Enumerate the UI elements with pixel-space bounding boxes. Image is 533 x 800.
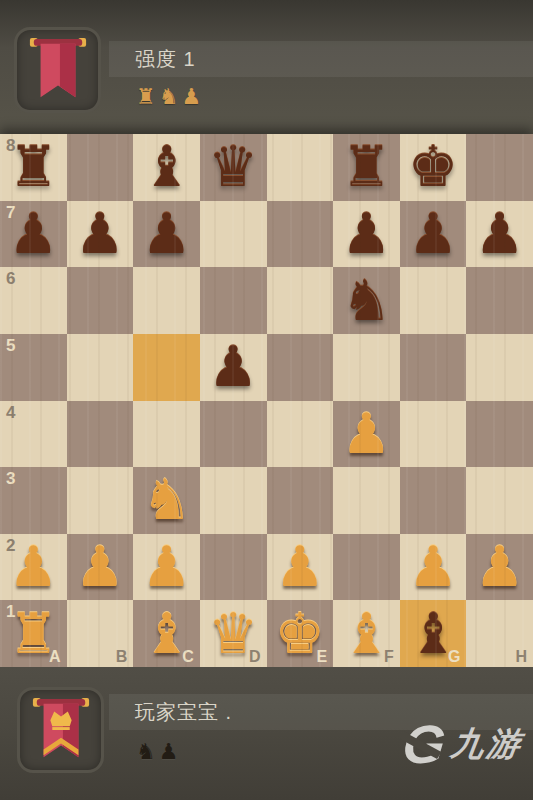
piece-black-knight-f6[interactable]: ♞ (341, 269, 391, 333)
square-b7[interactable]: ♟ (67, 201, 134, 268)
square-c6[interactable] (133, 267, 200, 334)
square-b6[interactable] (67, 267, 134, 334)
piece-black-pawn-f7[interactable]: ♟ (341, 202, 391, 266)
piece-white-pawn-a2[interactable]: ♟ (8, 535, 58, 599)
piece-black-king-g8[interactable]: ♚ (408, 135, 458, 199)
captured-piece-black-knight: ♞ (136, 739, 159, 764)
piece-white-bishop-f1[interactable]: ♝ (341, 602, 391, 666)
square-d8[interactable]: ♛ (200, 134, 267, 201)
square-b2[interactable]: ♟ (67, 534, 134, 601)
piece-black-bishop-c8[interactable]: ♝ (141, 135, 191, 199)
nine-game-watermark: G 九游 (403, 715, 523, 773)
square-e8[interactable] (267, 134, 334, 201)
square-f5[interactable] (333, 334, 400, 401)
player-captured-tray: ♞♟ (136, 739, 181, 765)
red-banner-icon (27, 35, 89, 105)
piece-black-queen-d8[interactable]: ♛ (208, 135, 258, 199)
square-c4[interactable] (133, 401, 200, 468)
square-b4[interactable] (67, 401, 134, 468)
square-g8[interactable]: ♚ (400, 134, 467, 201)
square-b1[interactable]: B (67, 600, 134, 667)
rank-label-4: 4 (6, 403, 15, 423)
square-h7[interactable]: ♟ (466, 201, 533, 268)
piece-white-king-e1[interactable]: ♚ (275, 602, 325, 666)
chess-board: 8♜♝♛♜♚7♟♟♟♟♟♟6♞5♟4♟3♞2♟♟♟♟♟♟1A♜BC♝D♛E♚F♝… (0, 134, 533, 667)
square-g7[interactable]: ♟ (400, 201, 467, 268)
square-d4[interactable] (200, 401, 267, 468)
square-g4[interactable] (400, 401, 467, 468)
square-d3[interactable] (200, 467, 267, 534)
piece-white-pawn-c2[interactable]: ♟ (141, 535, 191, 599)
captured-piece-black-pawn: ♟ (159, 739, 182, 764)
piece-black-pawn-a7[interactable]: ♟ (8, 202, 58, 266)
square-g6[interactable] (400, 267, 467, 334)
red-banner-crown-icon (30, 695, 92, 765)
square-c5[interactable] (133, 334, 200, 401)
square-b5[interactable] (67, 334, 134, 401)
square-g1[interactable]: G♝ (400, 600, 467, 667)
piece-black-bishop-g1[interactable]: ♝ (408, 602, 458, 666)
nine-game-logo-text: 九游 (448, 722, 526, 767)
piece-black-pawn-c7[interactable]: ♟ (141, 202, 191, 266)
square-d7[interactable] (200, 201, 267, 268)
piece-black-rook-a8[interactable]: ♜ (8, 135, 58, 199)
square-c2[interactable]: ♟ (133, 534, 200, 601)
square-e1[interactable]: E♚ (267, 600, 334, 667)
square-e3[interactable] (267, 467, 334, 534)
square-a5[interactable]: 5 (0, 334, 67, 401)
piece-white-knight-c3[interactable]: ♞ (141, 468, 191, 532)
piece-black-pawn-d5[interactable]: ♟ (208, 335, 258, 399)
piece-black-pawn-b7[interactable]: ♟ (75, 202, 125, 266)
square-f3[interactable] (333, 467, 400, 534)
square-e6[interactable] (267, 267, 334, 334)
square-b8[interactable] (67, 134, 134, 201)
piece-white-bishop-c1[interactable]: ♝ (141, 602, 191, 666)
square-f4[interactable]: ♟ (333, 401, 400, 468)
square-a1[interactable]: 1A♜ (0, 600, 67, 667)
opponent-avatar (14, 27, 101, 113)
square-a8[interactable]: 8♜ (0, 134, 67, 201)
file-label-b: B (116, 648, 128, 666)
square-c3[interactable]: ♞ (133, 467, 200, 534)
square-d6[interactable] (200, 267, 267, 334)
opponent-bar: 强度 1 ♜♞♟ (0, 0, 533, 134)
square-d1[interactable]: D♛ (200, 600, 267, 667)
square-a3[interactable]: 3 (0, 467, 67, 534)
square-h2[interactable]: ♟ (466, 534, 533, 601)
square-h4[interactable] (466, 401, 533, 468)
square-f7[interactable]: ♟ (333, 201, 400, 268)
opponent-name-band: 强度 1 (109, 41, 533, 77)
square-e5[interactable] (267, 334, 334, 401)
square-f1[interactable]: F♝ (333, 600, 400, 667)
captured-piece-white-rook: ♜ (136, 84, 159, 109)
nine-game-logo-icon: G (400, 715, 448, 773)
square-g3[interactable] (400, 467, 467, 534)
square-g5[interactable] (400, 334, 467, 401)
square-f6[interactable]: ♞ (333, 267, 400, 334)
square-c8[interactable]: ♝ (133, 134, 200, 201)
square-a4[interactable]: 4 (0, 401, 67, 468)
square-c7[interactable]: ♟ (133, 201, 200, 268)
file-label-h: H (515, 648, 527, 666)
rank-label-5: 5 (6, 336, 15, 356)
square-h8[interactable] (466, 134, 533, 201)
square-c1[interactable]: C♝ (133, 600, 200, 667)
player-avatar (17, 687, 104, 773)
square-f2[interactable] (333, 534, 400, 601)
square-a7[interactable]: 7♟ (0, 201, 67, 268)
rank-label-3: 3 (6, 469, 15, 489)
square-h5[interactable] (466, 334, 533, 401)
captured-piece-white-knight: ♞ (159, 84, 182, 109)
square-e2[interactable]: ♟ (267, 534, 334, 601)
piece-white-queen-d1[interactable]: ♛ (208, 602, 258, 666)
square-g2[interactable]: ♟ (400, 534, 467, 601)
square-h3[interactable] (466, 467, 533, 534)
chess-app-screen: 强度 1 ♜♞♟ 8♜♝♛♜♚7♟♟♟♟♟♟6♞5♟4♟3♞2♟♟♟♟♟♟1A♜… (0, 0, 533, 800)
piece-white-pawn-h2[interactable]: ♟ (475, 535, 525, 599)
square-f8[interactable]: ♜ (333, 134, 400, 201)
rank-label-6: 6 (6, 269, 15, 289)
piece-white-pawn-g2[interactable]: ♟ (408, 535, 458, 599)
square-h6[interactable] (466, 267, 533, 334)
square-d2[interactable] (200, 534, 267, 601)
piece-white-pawn-f4[interactable]: ♟ (341, 402, 391, 466)
square-e7[interactable] (267, 201, 334, 268)
square-a2[interactable]: 2♟ (0, 534, 67, 601)
piece-black-pawn-g7[interactable]: ♟ (408, 202, 458, 266)
square-h1[interactable]: H (466, 600, 533, 667)
piece-white-pawn-b2[interactable]: ♟ (75, 535, 125, 599)
piece-black-pawn-h7[interactable]: ♟ (475, 202, 525, 266)
square-d5[interactable]: ♟ (200, 334, 267, 401)
square-b3[interactable] (67, 467, 134, 534)
piece-white-pawn-e2[interactable]: ♟ (275, 535, 325, 599)
square-a6[interactable]: 6 (0, 267, 67, 334)
opponent-name: 强度 1 (109, 41, 533, 77)
captured-piece-white-pawn: ♟ (181, 84, 204, 109)
piece-black-rook-f8[interactable]: ♜ (341, 135, 391, 199)
piece-white-rook-a1[interactable]: ♜ (8, 602, 58, 666)
opponent-captured-tray: ♜♞♟ (136, 84, 204, 110)
square-e4[interactable] (267, 401, 334, 468)
